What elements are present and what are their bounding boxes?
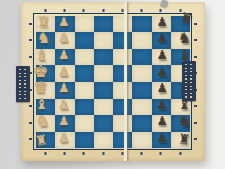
- black-pawn: ♟: [157, 115, 168, 128]
- square: [132, 115, 151, 131]
- square: [94, 132, 113, 148]
- square: [132, 132, 151, 148]
- left-brand-label: [16, 66, 30, 102]
- square: [113, 132, 132, 148]
- square: [132, 32, 151, 48]
- black-rook: ♜: [177, 131, 191, 146]
- square: [113, 16, 132, 32]
- square: [132, 65, 151, 82]
- square: ♟: [55, 132, 74, 148]
- square: [132, 99, 151, 115]
- white-pawn: ♟: [58, 82, 69, 95]
- square: [113, 32, 132, 48]
- square: [75, 82, 94, 98]
- square: [132, 16, 151, 32]
- square: [75, 115, 94, 131]
- square: [75, 49, 94, 65]
- square: [94, 99, 113, 115]
- square: [113, 99, 132, 115]
- black-pawn: ♟: [157, 99, 168, 112]
- fold-seam: [124, 2, 127, 161]
- square: [75, 32, 94, 48]
- white-pawn: ♟: [58, 32, 69, 45]
- right-brand-label: [182, 61, 196, 101]
- square: [132, 49, 151, 65]
- chess-board: ♜♟♟♜♞♟♟♞♝♟♟♝♚♟♟♚♛♟♟♛♝♟♟♝♞♟♟♞♜♟♟♜: [21, 2, 205, 161]
- photo-background: ♜♟♟♜♞♟♟♞♝♟♟♝♚♟♟♚♛♟♟♛♝♟♟♝♞♟♟♞♜♟♟♜: [0, 0, 225, 169]
- square: [132, 82, 151, 98]
- coordinate-ticks-top: [36, 9, 190, 12]
- square: ♜: [171, 132, 190, 148]
- white-pawn: ♟: [58, 66, 69, 79]
- white-pawn: ♟: [58, 49, 69, 62]
- square: ♞: [171, 115, 190, 131]
- white-bishop: ♝: [35, 97, 48, 112]
- square: [113, 49, 132, 65]
- black-pawn: ♟: [157, 49, 168, 62]
- square: ♜: [36, 132, 55, 148]
- black-pawn: ♟: [157, 132, 168, 145]
- white-pawn: ♟: [58, 99, 69, 112]
- white-knight: ♞: [37, 31, 50, 46]
- black-pawn: ♟: [157, 32, 168, 45]
- black-pawn: ♟: [157, 16, 168, 29]
- white-knight: ♞: [36, 114, 49, 129]
- white-rook: ♜: [34, 132, 49, 148]
- coordinate-ticks-bottom: [36, 152, 190, 155]
- square: [94, 16, 113, 32]
- square: [75, 65, 94, 82]
- black-knight: ♞: [178, 31, 191, 46]
- square: [113, 82, 132, 98]
- white-pawn: ♟: [58, 115, 69, 128]
- square: [113, 115, 132, 131]
- square: [75, 132, 94, 148]
- square: [113, 65, 132, 82]
- square: [94, 65, 113, 82]
- square: [94, 82, 113, 98]
- square: [94, 115, 113, 131]
- black-pawn: ♟: [157, 82, 168, 95]
- square: ♟: [152, 132, 171, 148]
- square: ♞: [36, 115, 55, 131]
- black-knight: ♞: [178, 114, 191, 129]
- square: [94, 49, 113, 65]
- white-pawn: ♟: [58, 16, 69, 29]
- board-grid: ♜♟♟♜♞♟♟♞♝♟♟♝♚♟♟♚♛♟♟♛♝♟♟♝♞♟♟♞♜♟♟♜: [36, 16, 190, 148]
- white-queen: ♛: [33, 80, 47, 96]
- white-pawn: ♟: [58, 132, 69, 145]
- square: [75, 99, 94, 115]
- square: [75, 16, 94, 32]
- white-rook: ♜: [37, 15, 50, 29]
- black-pawn: ♟: [157, 66, 168, 79]
- square: [94, 32, 113, 48]
